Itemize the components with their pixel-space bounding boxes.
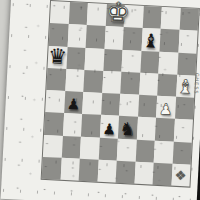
piece-black-queen-a6[interactable]: ♛ bbox=[48, 46, 68, 68]
square-f5[interactable] bbox=[139, 73, 159, 96]
square-d4[interactable] bbox=[101, 93, 121, 116]
square-b7[interactable] bbox=[67, 24, 87, 47]
square-b5[interactable] bbox=[65, 69, 85, 92]
piece-white-king-d8[interactable]: ♚ bbox=[105, 0, 125, 26]
square-c4[interactable] bbox=[82, 92, 102, 115]
square-h3[interactable] bbox=[173, 119, 193, 142]
piece-black-pawn-d3[interactable]: ♟ bbox=[99, 121, 118, 137]
square-a5[interactable] bbox=[46, 68, 66, 91]
square-c8[interactable] bbox=[87, 3, 107, 26]
square-g7[interactable] bbox=[160, 29, 180, 52]
square-c7[interactable] bbox=[86, 25, 106, 48]
square-c3[interactable] bbox=[81, 114, 101, 137]
square-c1[interactable] bbox=[79, 159, 99, 182]
piece-black-pawn-b4[interactable]: ♟ bbox=[64, 97, 83, 113]
piece-white-pawn-g4[interactable]: ♟ bbox=[156, 102, 175, 118]
piece-black-bishop-f7[interactable]: ♝ bbox=[141, 30, 160, 50]
square-g1[interactable] bbox=[153, 162, 173, 185]
piece-black-knight-e3[interactable]: ♞ bbox=[118, 119, 137, 138]
square-f6[interactable] bbox=[140, 50, 160, 73]
square-h8[interactable] bbox=[179, 8, 199, 31]
square-e5[interactable] bbox=[120, 72, 140, 95]
square-g5[interactable] bbox=[157, 74, 177, 97]
square-c6[interactable] bbox=[84, 47, 104, 70]
square-e2[interactable] bbox=[117, 138, 137, 161]
square-d6[interactable] bbox=[103, 48, 123, 71]
square-b8[interactable] bbox=[68, 2, 88, 25]
square-h4[interactable] bbox=[174, 97, 194, 120]
diamond-logo-icon: ❖ bbox=[171, 164, 191, 187]
square-a2[interactable] bbox=[43, 134, 63, 157]
square-f4[interactable] bbox=[138, 95, 158, 118]
chess-board[interactable]: ❖ ♚♝♛♝♟♟♟♞ bbox=[42, 1, 199, 187]
square-b3[interactable] bbox=[62, 113, 82, 136]
photo-chessboard-scene: ❖ ♚♝♛♝♟♟♟♞ CHESS bbox=[0, 0, 200, 200]
square-f3[interactable] bbox=[136, 117, 156, 140]
square-g6[interactable] bbox=[158, 51, 178, 74]
square-a3[interactable] bbox=[44, 112, 64, 135]
square-b6[interactable] bbox=[66, 47, 86, 70]
square-a4[interactable] bbox=[45, 90, 65, 113]
square-d7[interactable] bbox=[104, 26, 124, 49]
square-a1[interactable] bbox=[42, 157, 62, 180]
square-e6[interactable] bbox=[121, 49, 141, 72]
square-a8[interactable] bbox=[50, 1, 70, 24]
square-f1[interactable] bbox=[134, 161, 154, 184]
square-a7[interactable] bbox=[49, 23, 69, 46]
square-g3[interactable] bbox=[155, 118, 175, 141]
square-f2[interactable] bbox=[135, 139, 155, 162]
square-d1[interactable] bbox=[97, 160, 117, 183]
square-h7[interactable] bbox=[178, 30, 198, 53]
square-b2[interactable] bbox=[61, 135, 81, 158]
square-d5[interactable] bbox=[102, 71, 122, 94]
square-g8[interactable] bbox=[161, 7, 181, 30]
square-c5[interactable] bbox=[83, 70, 103, 93]
square-e1[interactable] bbox=[116, 161, 136, 184]
piece-white-bishop-h5[interactable]: ♝ bbox=[176, 77, 195, 97]
board-paper: ❖ ♚♝♛♝♟♟♟♞ CHESS bbox=[1, 0, 200, 200]
square-e7[interactable] bbox=[123, 27, 143, 50]
square-c2[interactable] bbox=[80, 136, 100, 159]
square-e4[interactable] bbox=[119, 94, 139, 117]
square-b1[interactable] bbox=[60, 158, 80, 181]
square-d2[interactable] bbox=[98, 137, 118, 160]
square-g2[interactable] bbox=[154, 140, 174, 163]
square-h2[interactable] bbox=[172, 141, 192, 164]
square-f8[interactable] bbox=[142, 6, 162, 29]
